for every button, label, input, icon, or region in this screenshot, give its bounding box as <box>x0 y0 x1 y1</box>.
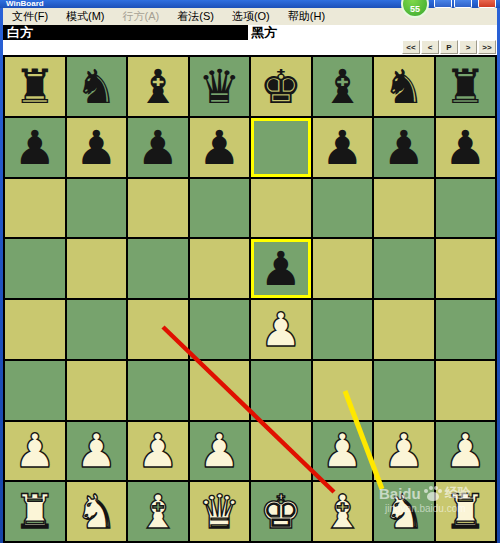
nav-pause-button[interactable]: P <box>440 40 458 54</box>
square-b1[interactable]: ♞ <box>67 482 127 541</box>
menu-moves[interactable]: 着法(S) <box>168 8 223 25</box>
menu-options[interactable]: 选项(O) <box>223 8 279 25</box>
menu-mode[interactable]: 模式(M) <box>57 8 114 25</box>
black-pawn: ♟ <box>75 124 117 171</box>
white-rook: ♜ <box>444 488 486 535</box>
white-pawn: ♟ <box>75 427 117 474</box>
maximize-button[interactable] <box>454 0 472 8</box>
square-f3[interactable] <box>313 361 373 420</box>
square-g8[interactable]: ♞ <box>374 57 434 116</box>
black-knight: ♞ <box>383 63 425 110</box>
square-b4[interactable] <box>67 300 127 359</box>
square-d6[interactable] <box>190 179 250 238</box>
white-pawn: ♟ <box>383 427 425 474</box>
square-a2[interactable]: ♟ <box>5 422 65 481</box>
minimize-button[interactable] <box>434 0 452 8</box>
white-pawn: ♟ <box>260 306 302 353</box>
black-pawn: ♟ <box>14 124 56 171</box>
square-f5[interactable] <box>313 239 373 298</box>
white-pawn: ♟ <box>14 427 56 474</box>
square-c2[interactable]: ♟ <box>128 422 188 481</box>
square-c4[interactable] <box>128 300 188 359</box>
window-title: WinBoard <box>6 0 44 8</box>
square-d4[interactable] <box>190 300 250 359</box>
black-player-label: 黑方 <box>251 25 277 40</box>
square-h4[interactable] <box>436 300 496 359</box>
square-d3[interactable] <box>190 361 250 420</box>
square-g4[interactable] <box>374 300 434 359</box>
white-bishop: ♝ <box>321 488 363 535</box>
black-pawn: ♟ <box>383 124 425 171</box>
move-navigation: << < P > >> <box>402 40 496 53</box>
black-bishop: ♝ <box>321 63 363 110</box>
square-g7[interactable]: ♟ <box>374 118 434 177</box>
square-d5[interactable] <box>190 239 250 298</box>
square-h6[interactable] <box>436 179 496 238</box>
menu-side[interactable]: 行方(A) <box>114 8 169 25</box>
white-pawn: ♟ <box>321 427 363 474</box>
square-g2[interactable]: ♟ <box>374 422 434 481</box>
square-b8[interactable]: ♞ <box>67 57 127 116</box>
nav-last-button[interactable]: >> <box>478 40 496 54</box>
square-f1[interactable]: ♝ <box>313 482 373 541</box>
square-b5[interactable] <box>67 239 127 298</box>
square-d8[interactable]: ♛ <box>190 57 250 116</box>
chess-app-window: WinBoard 55 文件(F) 模式(M) 行方(A) 着法(S) 选项(O… <box>0 0 500 543</box>
white-knight: ♞ <box>383 488 425 535</box>
square-h2[interactable]: ♟ <box>436 422 496 481</box>
white-pawn: ♟ <box>198 427 240 474</box>
player-bar: 白方 黑方 <box>3 25 497 40</box>
square-f7[interactable]: ♟ <box>313 118 373 177</box>
white-king: ♚ <box>260 488 302 535</box>
square-g3[interactable] <box>374 361 434 420</box>
square-e2[interactable] <box>251 422 311 481</box>
white-knight: ♞ <box>75 488 117 535</box>
square-h7[interactable]: ♟ <box>436 118 496 177</box>
square-g5[interactable] <box>374 239 434 298</box>
white-queen: ♛ <box>198 488 240 535</box>
menu-help[interactable]: 帮助(H) <box>279 8 334 25</box>
square-e4[interactable]: ♟ <box>251 300 311 359</box>
square-a5[interactable] <box>5 239 65 298</box>
black-pawn: ♟ <box>260 245 302 292</box>
square-c6[interactable] <box>128 179 188 238</box>
black-rook: ♜ <box>14 63 56 110</box>
square-b2[interactable]: ♟ <box>67 422 127 481</box>
nav-back-button[interactable]: < <box>421 40 439 54</box>
square-f6[interactable] <box>313 179 373 238</box>
square-f4[interactable] <box>313 300 373 359</box>
square-a3[interactable] <box>5 361 65 420</box>
square-e7[interactable] <box>251 118 311 177</box>
square-e6[interactable] <box>251 179 311 238</box>
black-pawn: ♟ <box>137 124 179 171</box>
nav-forward-button[interactable]: > <box>459 40 477 54</box>
black-knight: ♞ <box>75 63 117 110</box>
square-b3[interactable] <box>67 361 127 420</box>
square-a8[interactable]: ♜ <box>5 57 65 116</box>
square-c3[interactable] <box>128 361 188 420</box>
square-b7[interactable]: ♟ <box>67 118 127 177</box>
square-e8[interactable]: ♚ <box>251 57 311 116</box>
square-h8[interactable]: ♜ <box>436 57 496 116</box>
square-c5[interactable] <box>128 239 188 298</box>
square-c7[interactable]: ♟ <box>128 118 188 177</box>
black-pawn: ♟ <box>321 124 363 171</box>
chess-board[interactable]: ♜♞♝♛♚♝♞♜♟♟♟♟♟♟♟♟♟♟♟♟♟♟♟♟♜♞♝♛♚♝♞♜ <box>3 55 497 543</box>
black-bishop: ♝ <box>137 63 179 110</box>
menu-file[interactable]: 文件(F) <box>3 8 57 25</box>
black-pawn: ♟ <box>444 124 486 171</box>
square-a1[interactable]: ♜ <box>5 482 65 541</box>
white-rook: ♜ <box>14 488 56 535</box>
square-c8[interactable]: ♝ <box>128 57 188 116</box>
square-d1[interactable]: ♛ <box>190 482 250 541</box>
white-player-label: 白方 <box>3 25 248 40</box>
square-g1[interactable]: ♞ <box>374 482 434 541</box>
square-h1[interactable]: ♜ <box>436 482 496 541</box>
square-h3[interactable] <box>436 361 496 420</box>
black-rook: ♜ <box>444 63 486 110</box>
square-c1[interactable]: ♝ <box>128 482 188 541</box>
square-f2[interactable]: ♟ <box>313 422 373 481</box>
square-f8[interactable]: ♝ <box>313 57 373 116</box>
nav-first-button[interactable]: << <box>402 40 420 54</box>
black-pawn: ♟ <box>198 124 240 171</box>
white-pawn: ♟ <box>137 427 179 474</box>
white-bishop: ♝ <box>137 488 179 535</box>
square-h5[interactable] <box>436 239 496 298</box>
close-button[interactable] <box>478 0 496 8</box>
square-e5[interactable]: ♟ <box>251 239 311 298</box>
square-a7[interactable]: ♟ <box>5 118 65 177</box>
square-g6[interactable] <box>374 179 434 238</box>
square-e1[interactable]: ♚ <box>251 482 311 541</box>
black-queen: ♛ <box>198 63 240 110</box>
square-b6[interactable] <box>67 179 127 238</box>
square-d7[interactable]: ♟ <box>190 118 250 177</box>
square-a6[interactable] <box>5 179 65 238</box>
white-pawn: ♟ <box>444 427 486 474</box>
black-king: ♚ <box>260 63 302 110</box>
window-border-left <box>0 0 3 543</box>
square-d2[interactable]: ♟ <box>190 422 250 481</box>
square-e3[interactable] <box>251 361 311 420</box>
square-a4[interactable] <box>5 300 65 359</box>
